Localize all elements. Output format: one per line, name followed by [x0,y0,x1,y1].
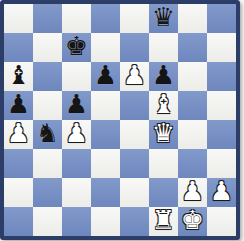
black-queen: ♛ [152,4,175,32]
square-c7: ♚ [62,33,91,62]
square-b6 [33,62,62,91]
square-g8 [178,4,207,33]
square-c5: ♟ [62,91,91,120]
square-b5 [33,91,62,120]
white-rook: ♜ [152,207,175,235]
square-f8: ♛ [149,4,178,33]
square-d5 [91,91,120,120]
black-pawn: ♟ [94,62,117,90]
square-a1 [4,207,33,236]
square-d3 [91,149,120,178]
black-king: ♚ [65,33,88,61]
white-pawn: ♟ [123,62,146,90]
square-b4: ♞ [33,120,62,149]
square-f3 [149,149,178,178]
square-b1 [33,207,62,236]
square-d6: ♟ [91,62,120,91]
square-d8 [91,4,120,33]
square-g2: ♟ [178,178,207,207]
black-bishop: ♝ [7,62,30,90]
square-f6: ♟ [149,62,178,91]
black-pawn: ♟ [7,91,30,119]
square-e5 [120,91,149,120]
square-c8 [62,4,91,33]
square-b7 [33,33,62,62]
white-pawn: ♟ [181,178,204,206]
square-h1 [207,207,236,236]
square-e8 [120,4,149,33]
square-g6 [178,62,207,91]
square-h8 [207,4,236,33]
square-d4 [91,120,120,149]
square-a5: ♟ [4,91,33,120]
chess-diagram-screenshot: ♛♚♝♟♟♟♟♟♝♟♞♟♛♟♟♜♚ [0,0,244,241]
square-e1 [120,207,149,236]
white-bishop: ♝ [152,91,175,119]
black-knight: ♞ [36,120,59,148]
square-e2 [120,178,149,207]
square-f2 [149,178,178,207]
square-d7 [91,33,120,62]
black-pawn: ♟ [65,91,88,119]
white-pawn: ♟ [7,120,30,148]
square-a4: ♟ [4,120,33,149]
square-a3 [4,149,33,178]
square-g5 [178,91,207,120]
square-h6 [207,62,236,91]
square-e4 [120,120,149,149]
square-a2 [4,178,33,207]
black-pawn: ♟ [152,62,175,90]
white-pawn: ♟ [65,120,88,148]
square-c1 [62,207,91,236]
square-a6: ♝ [4,62,33,91]
square-f1: ♜ [149,207,178,236]
square-f5: ♝ [149,91,178,120]
square-h3 [207,149,236,178]
board-frame: ♛♚♝♟♟♟♟♟♝♟♞♟♛♟♟♜♚ [0,0,240,240]
square-g3 [178,149,207,178]
square-c4: ♟ [62,120,91,149]
chess-board: ♛♚♝♟♟♟♟♟♝♟♞♟♛♟♟♜♚ [4,4,236,236]
square-e6: ♟ [120,62,149,91]
square-c6 [62,62,91,91]
square-h7 [207,33,236,62]
square-c2 [62,178,91,207]
square-d2 [91,178,120,207]
square-f4: ♛ [149,120,178,149]
square-e3 [120,149,149,178]
square-f7 [149,33,178,62]
square-g7 [178,33,207,62]
square-b8 [33,4,62,33]
square-g1: ♚ [178,207,207,236]
square-d1 [91,207,120,236]
square-g4 [178,120,207,149]
white-pawn: ♟ [210,178,233,206]
square-a7 [4,33,33,62]
square-c3 [62,149,91,178]
square-h4 [207,120,236,149]
square-h5 [207,91,236,120]
square-e7 [120,33,149,62]
white-queen: ♛ [152,120,175,148]
white-king: ♚ [181,207,204,235]
square-a8 [4,4,33,33]
square-b2 [33,178,62,207]
square-h2: ♟ [207,178,236,207]
square-b3 [33,149,62,178]
